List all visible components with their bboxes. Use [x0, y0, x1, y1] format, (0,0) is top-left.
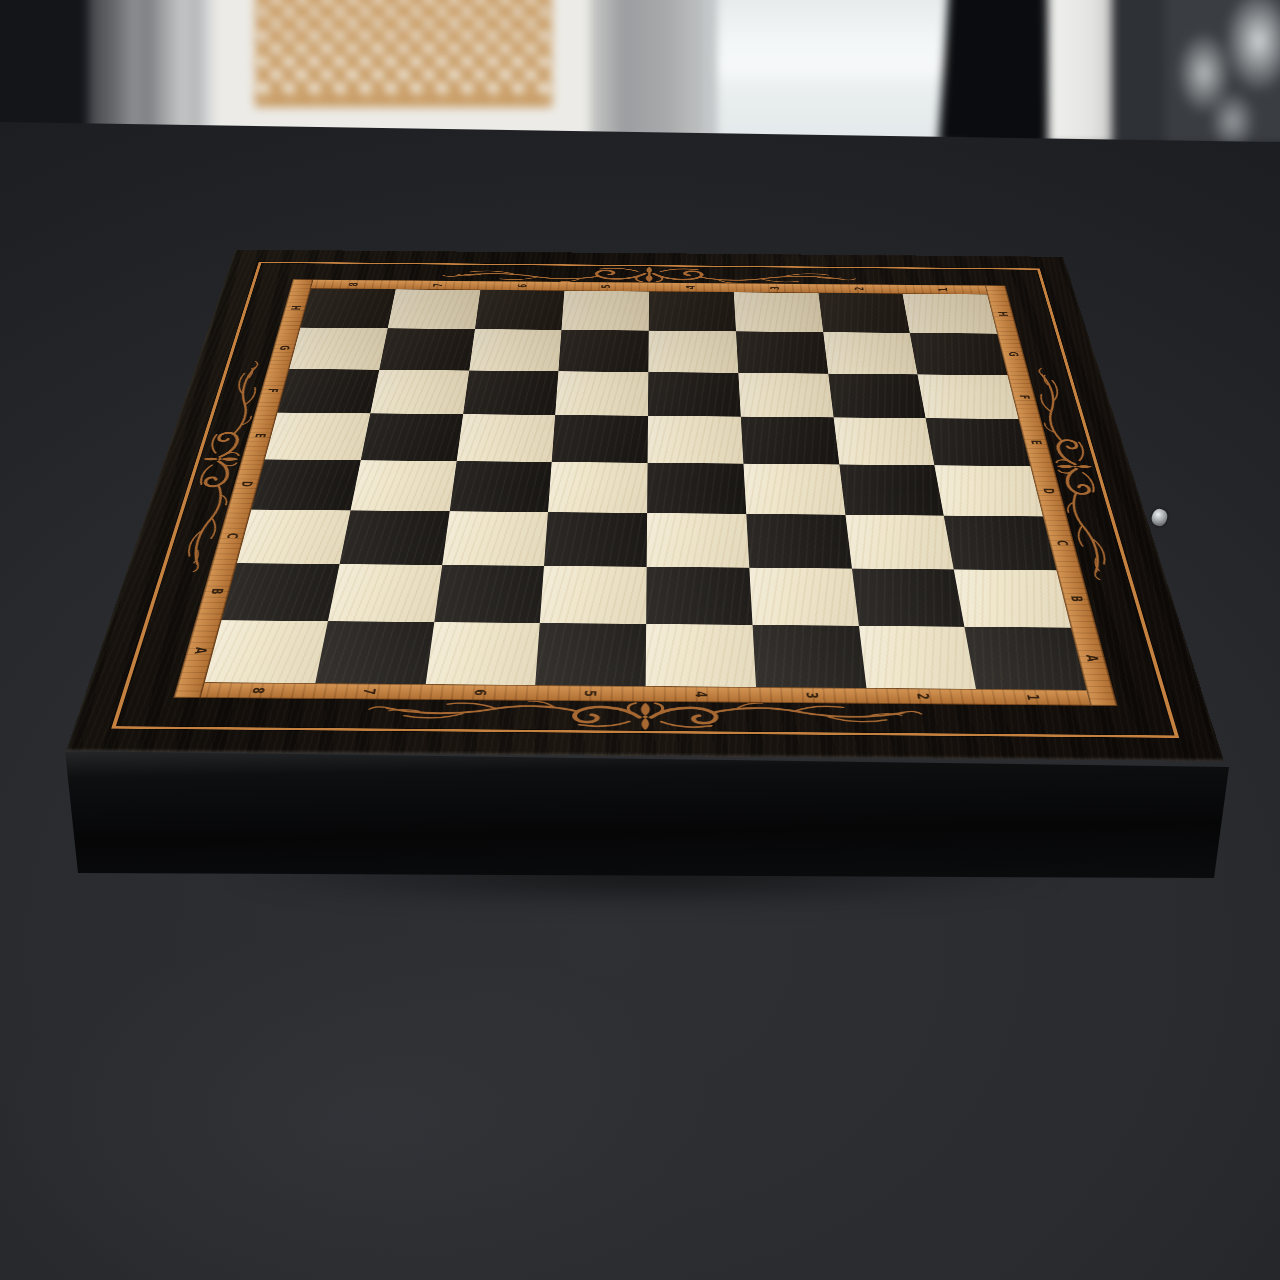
square-a1[interactable]: [965, 627, 1087, 690]
square-d5[interactable]: [548, 462, 647, 513]
square-h1[interactable]: [903, 294, 997, 334]
square-a8[interactable]: [205, 620, 328, 683]
square-c3[interactable]: [746, 514, 851, 569]
square-a4[interactable]: [646, 624, 756, 687]
square-g6[interactable]: [469, 329, 562, 371]
square-h4[interactable]: [649, 292, 736, 332]
artwork-filigree-pattern: [255, 0, 552, 107]
square-f8[interactable]: [277, 369, 379, 414]
square-g2[interactable]: [823, 332, 918, 374]
square-h2[interactable]: [818, 293, 910, 333]
square-c7[interactable]: [339, 510, 449, 564]
square-d2[interactable]: [839, 464, 944, 515]
square-e6[interactable]: [456, 414, 555, 462]
square-f2[interactable]: [828, 373, 926, 418]
framed-artwork: [215, 0, 592, 145]
square-h7[interactable]: [388, 289, 480, 329]
square-e7[interactable]: [361, 413, 463, 461]
square-b3[interactable]: [749, 567, 858, 626]
square-h3[interactable]: [734, 292, 823, 332]
square-g1[interactable]: [910, 333, 1007, 375]
square-f4[interactable]: [648, 372, 741, 417]
square-f6[interactable]: [463, 370, 559, 415]
square-f5[interactable]: [555, 371, 648, 416]
square-h5[interactable]: [562, 291, 649, 331]
dark-sculpture: [938, 0, 1048, 145]
square-c8[interactable]: [237, 509, 350, 563]
square-d8[interactable]: [251, 459, 360, 510]
square-f7[interactable]: [370, 370, 469, 415]
square-a5[interactable]: [535, 623, 646, 686]
square-e4[interactable]: [648, 416, 744, 464]
wall-right-dark: [1112, 0, 1172, 145]
square-h6[interactable]: [475, 290, 565, 330]
square-b4[interactable]: [646, 567, 752, 625]
square-g8[interactable]: [289, 327, 387, 369]
square-c5[interactable]: [544, 512, 647, 566]
square-d7[interactable]: [350, 460, 456, 511]
square-f1[interactable]: [918, 374, 1019, 419]
board-front-face: [62, 746, 1234, 882]
square-a7[interactable]: [315, 621, 434, 684]
square-b6[interactable]: [434, 565, 544, 623]
square-d4[interactable]: [647, 463, 746, 514]
square-a3[interactable]: [752, 625, 866, 688]
square-e8[interactable]: [265, 413, 370, 461]
square-b8[interactable]: [221, 563, 339, 621]
square-b2[interactable]: [851, 568, 964, 627]
square-c6[interactable]: [442, 511, 548, 565]
playing-field: [205, 289, 1087, 690]
white-pillar: [1048, 0, 1112, 145]
square-g7[interactable]: [379, 328, 474, 370]
square-b7[interactable]: [328, 564, 442, 622]
square-h8[interactable]: [300, 289, 395, 329]
square-b5[interactable]: [540, 566, 647, 624]
square-g4[interactable]: [648, 331, 738, 373]
square-d6[interactable]: [449, 461, 552, 512]
square-e5[interactable]: [552, 415, 648, 463]
square-d1[interactable]: [935, 465, 1043, 516]
square-c1[interactable]: [944, 515, 1056, 570]
square-b1[interactable]: [954, 569, 1071, 628]
square-a2[interactable]: [858, 626, 976, 689]
square-c2[interactable]: [845, 515, 954, 570]
square-e2[interactable]: [833, 418, 934, 466]
square-e1[interactable]: [926, 418, 1030, 466]
scene: 87654321 87654321 HGFEDCBA HGFEDCBA: [0, 0, 1280, 1280]
silver-ornament-object: [1165, 0, 1280, 145]
square-e3[interactable]: [741, 417, 839, 465]
board-top-face: 87654321 87654321 HGFEDCBA HGFEDCBA: [66, 250, 1224, 761]
square-a6[interactable]: [425, 622, 540, 685]
square-g3[interactable]: [736, 331, 828, 373]
square-c4[interactable]: [647, 513, 749, 568]
square-f3[interactable]: [738, 373, 833, 418]
square-g5[interactable]: [559, 330, 649, 372]
square-d3[interactable]: [743, 464, 845, 515]
